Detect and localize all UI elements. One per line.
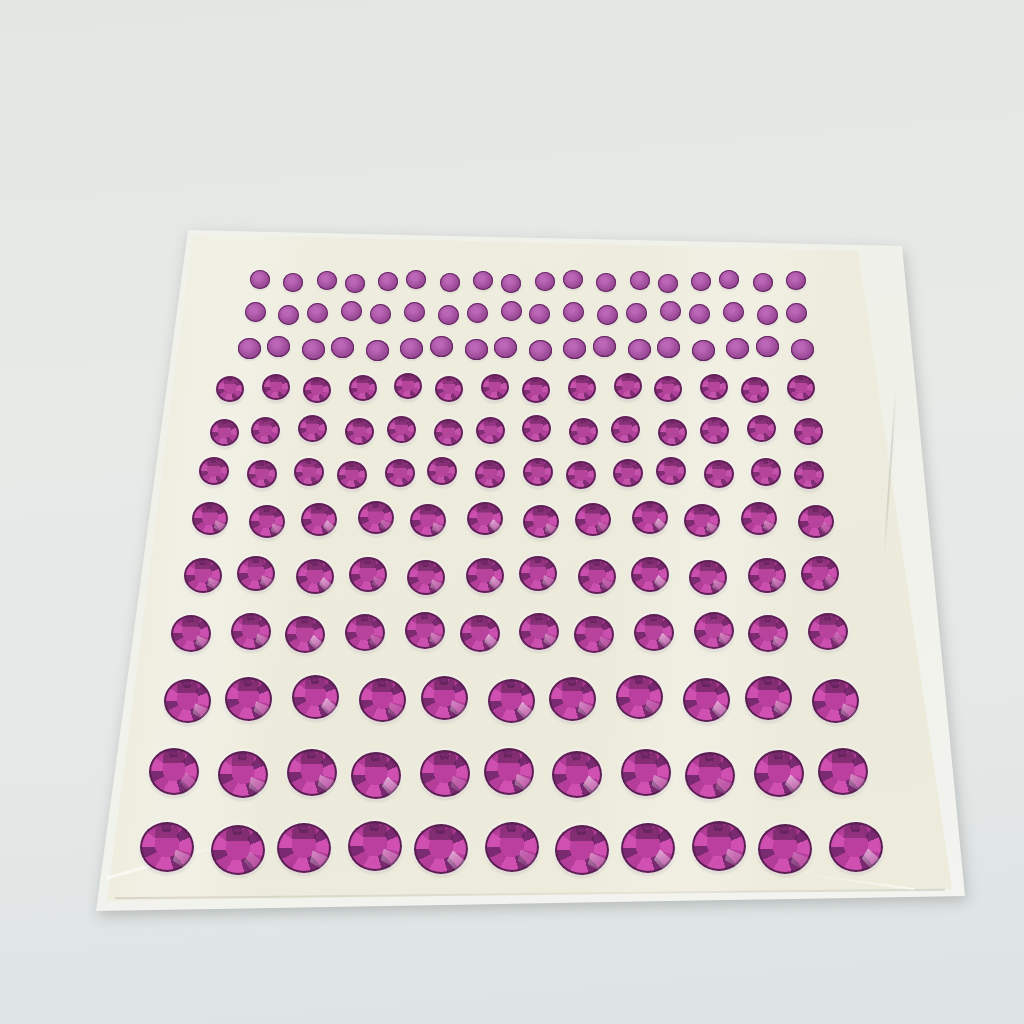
rhinestone — [563, 338, 586, 359]
rhinestone — [345, 614, 385, 651]
rhinestone — [501, 274, 521, 293]
rhinestone — [758, 824, 812, 874]
rhinestone — [614, 373, 642, 399]
rhinestone — [378, 272, 398, 291]
rhinestone — [414, 824, 468, 874]
rhinestone — [466, 558, 504, 593]
rhinestone — [621, 823, 675, 873]
rhinestone — [488, 679, 535, 723]
rhinestone — [427, 457, 457, 485]
rhinestone — [292, 675, 339, 719]
rhinestone — [660, 301, 681, 321]
rhinestone — [694, 612, 734, 649]
rhinestone — [434, 419, 463, 446]
rhinestone — [529, 304, 550, 324]
rhinestone — [267, 336, 290, 357]
rhinestone — [656, 457, 686, 485]
rhinestone — [574, 616, 614, 653]
rhinestone — [283, 273, 303, 292]
rhinestone — [578, 559, 616, 594]
rhinestone — [632, 501, 668, 534]
rhinestone — [658, 419, 687, 446]
rhinestone — [406, 270, 426, 289]
rhinestone — [654, 376, 682, 402]
rhinestone — [692, 821, 746, 871]
rhinestone — [535, 272, 555, 291]
rhinestone — [569, 418, 598, 445]
rhinestone — [566, 461, 596, 489]
rhinestone — [404, 302, 425, 322]
rhinestone — [171, 615, 211, 652]
rhinestone — [683, 678, 730, 722]
rhinestone — [387, 416, 416, 443]
rhinestone — [555, 825, 609, 875]
rhinestone — [349, 375, 377, 401]
rhinestone — [184, 558, 222, 593]
rhinestone — [519, 613, 559, 650]
rhinestone — [791, 339, 814, 360]
rhinestone — [626, 303, 647, 323]
rhinestone — [613, 459, 643, 487]
rhinestone — [216, 376, 244, 402]
rhinestone — [757, 305, 778, 325]
rhinestone — [302, 339, 325, 360]
rhinestone — [523, 458, 553, 486]
rhinestone — [630, 271, 650, 290]
rhinestone — [247, 460, 277, 488]
rhinestone — [700, 374, 728, 400]
rhinestone — [285, 616, 325, 653]
rhinestone — [501, 301, 522, 321]
rhinestone — [549, 677, 596, 721]
rhinestone — [748, 558, 786, 593]
rhinestone — [786, 271, 806, 290]
rhinestone — [294, 458, 324, 486]
rhinestone — [522, 377, 550, 403]
rhinestone — [745, 676, 792, 720]
rhinestone — [370, 304, 391, 324]
rhinestone — [812, 679, 859, 723]
rhinestone — [519, 556, 557, 591]
rhinestone — [756, 336, 779, 357]
rhinestone — [798, 505, 834, 538]
rhinestone — [331, 337, 354, 358]
rhinestone — [529, 340, 552, 361]
rhinestone — [568, 375, 596, 401]
rhinestone — [611, 416, 640, 443]
rhinestone — [522, 415, 551, 442]
rhinestone — [467, 303, 488, 323]
rhinestone — [366, 340, 389, 361]
rhinestone — [787, 375, 815, 401]
rhinestone — [747, 415, 776, 442]
rhinestone — [719, 270, 739, 289]
rhinestone — [298, 415, 327, 442]
rhinestone — [723, 302, 744, 322]
rhinestone — [753, 273, 773, 292]
rhinestone — [407, 560, 445, 595]
rhinestone — [575, 503, 611, 536]
rhinestone — [523, 505, 559, 538]
rhinestone — [616, 675, 663, 719]
rhinestone — [262, 374, 290, 400]
rhinestone — [358, 501, 394, 534]
rhinestone — [140, 822, 194, 872]
rhinestone — [231, 613, 271, 650]
rhinestone — [405, 612, 445, 649]
rhinestone — [394, 373, 422, 399]
rhinestone — [351, 752, 401, 799]
rhinestone — [751, 458, 781, 486]
rhinestone — [341, 301, 362, 321]
rhinestone — [420, 750, 470, 797]
rhinestone — [689, 304, 710, 324]
rhinestone — [225, 677, 272, 721]
rhinestone — [801, 556, 839, 591]
rhinestone — [410, 504, 446, 537]
rhinestone — [211, 825, 265, 875]
rhinestone — [700, 417, 729, 444]
rhinestone — [465, 339, 488, 360]
rhinestone — [657, 337, 680, 358]
rhinestone — [658, 274, 678, 293]
rhinestone — [467, 502, 503, 535]
rhinestone — [359, 678, 406, 722]
rhinestone — [430, 336, 453, 357]
rhinestone — [317, 271, 337, 290]
rhinestone — [460, 615, 500, 652]
rhinestone — [689, 560, 727, 595]
rhinestone — [621, 749, 671, 796]
rhinestone — [552, 751, 602, 798]
rhinestone — [385, 459, 415, 487]
rhinestone — [164, 679, 211, 723]
rhinestone — [277, 823, 331, 873]
rhinestone — [484, 748, 534, 795]
rhinestone — [786, 303, 807, 323]
rhinestone — [237, 556, 275, 591]
rhinestone — [435, 376, 463, 402]
rhinestone — [748, 615, 788, 652]
rhinestone — [596, 273, 616, 292]
rhinestone — [818, 748, 868, 795]
rhinestone — [337, 461, 367, 489]
photo-background — [0, 0, 1024, 1024]
rhinestone — [250, 270, 270, 289]
rhinestone — [634, 614, 674, 651]
rhinestone — [192, 502, 228, 535]
rhinestone — [278, 305, 299, 325]
rhinestone — [597, 305, 618, 325]
rhinestone — [593, 336, 616, 357]
rhinestone — [251, 417, 280, 444]
rhinestone — [631, 557, 669, 592]
rhinestone — [473, 271, 493, 290]
rhinestone — [475, 460, 505, 488]
rhinestone — [249, 505, 285, 538]
plastic-bag — [0, 0, 1024, 1024]
rhinestone — [440, 273, 460, 292]
rhinestone — [494, 337, 517, 358]
rhinestone — [481, 374, 509, 400]
rhinestone — [563, 302, 584, 322]
rhinestone — [287, 749, 337, 796]
rhinestone — [726, 338, 749, 359]
rhinestone — [691, 272, 711, 291]
rhinestone — [303, 377, 331, 403]
rhinestone — [345, 274, 365, 293]
rhinestone — [692, 340, 715, 361]
rhinestone — [199, 457, 229, 485]
rhinestone — [829, 822, 883, 872]
rhinestone — [741, 502, 777, 535]
rhinestone — [348, 821, 402, 871]
rhinestone — [400, 338, 423, 359]
rhinestone — [307, 303, 328, 323]
rhinestone — [794, 461, 824, 489]
rhinestone — [238, 338, 261, 359]
rhinestone — [684, 504, 720, 537]
rhinestone — [301, 503, 337, 536]
rhinestone — [210, 419, 239, 446]
rhinestone — [349, 557, 387, 592]
rhinestone — [296, 559, 334, 594]
rhinestone — [628, 339, 651, 360]
rhinestone — [421, 676, 468, 720]
rhinestone — [704, 460, 734, 488]
rhinestone — [438, 305, 459, 325]
rhinestone — [476, 417, 505, 444]
rhinestone — [685, 752, 735, 799]
rhinestone — [794, 418, 823, 445]
rhinestone — [485, 822, 539, 872]
rhinestone — [218, 751, 268, 798]
rhinestone — [741, 377, 769, 403]
rhinestone — [149, 748, 199, 795]
rhinestone — [563, 270, 583, 289]
plastic-bag-wrapper — [0, 0, 1024, 1024]
rhinestone — [345, 418, 374, 445]
rhinestone — [245, 302, 266, 322]
rhinestone — [754, 750, 804, 797]
rhinestone — [808, 613, 848, 650]
